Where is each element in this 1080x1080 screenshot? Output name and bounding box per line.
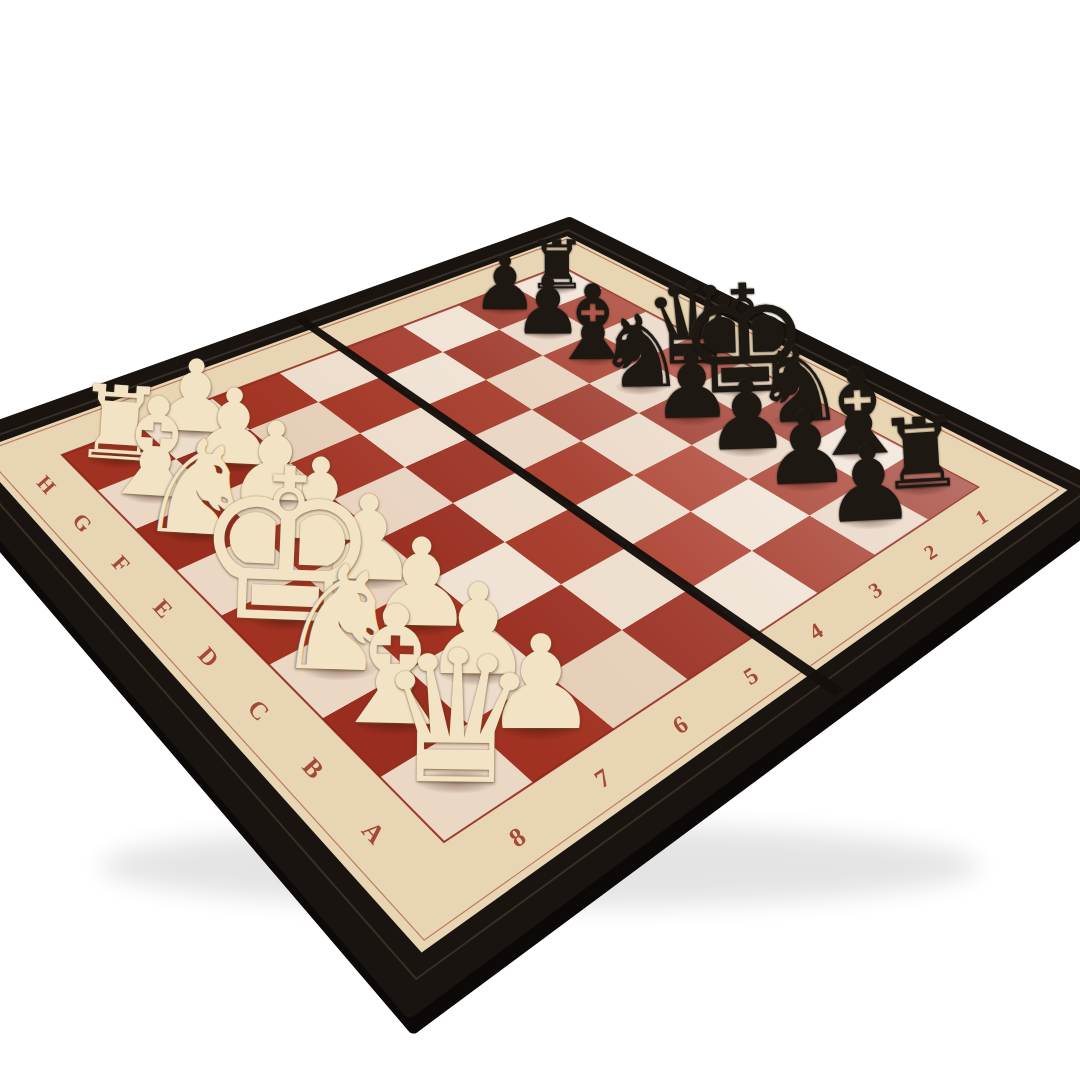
chess-set-photo: ABCDEFGH12345678 ♜♟♟♝♛♞♚♟♞♟♟♝♜♟♟♜♝♟♟♞♟♟♚… [0,0,1080,1080]
chess-board: ABCDEFGH12345678 [0,0,1080,1080]
